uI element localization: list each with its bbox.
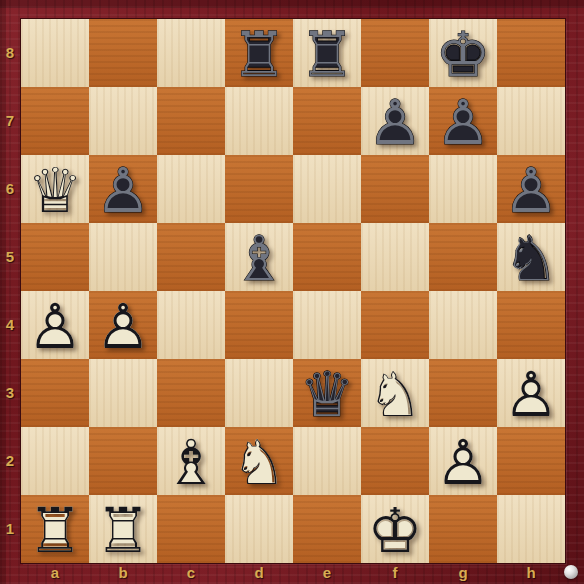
square-g1[interactable] [429,495,497,563]
board-frame: ♜♖♜♖♚♔♟♙♟♙♛♕♟♙♟♙♝♗♞♘♟♙♟♙♛♕♞♘♟♙♝♗♞♘♟♙♜♖♜♖… [0,0,584,584]
square-c8[interactable] [157,19,225,87]
square-f5[interactable] [361,223,429,291]
square-c6[interactable] [157,155,225,223]
piece-white-knight[interactable]: ♞♘ [361,359,429,427]
file-label-g: g [429,565,497,581]
square-d7[interactable] [225,87,293,155]
square-g4[interactable] [429,291,497,359]
piece-black-knight[interactable]: ♞♘ [497,223,565,291]
square-b8[interactable] [89,19,157,87]
square-b1[interactable]: ♜♖ [89,495,157,563]
white-pawn-outline: ♙ [497,359,565,427]
square-g2[interactable]: ♟♙ [429,427,497,495]
square-g8[interactable]: ♚♔ [429,19,497,87]
file-label-f: f [361,565,429,581]
square-f1[interactable]: ♚♔ [361,495,429,563]
square-h7[interactable] [497,87,565,155]
piece-white-pawn[interactable]: ♟♙ [429,427,497,495]
square-c2[interactable]: ♝♗ [157,427,225,495]
square-a6[interactable]: ♛♕ [21,155,89,223]
square-f6[interactable] [361,155,429,223]
square-a5[interactable] [21,223,89,291]
square-a7[interactable] [21,87,89,155]
black-rook-outline: ♖ [293,19,361,87]
square-g7[interactable]: ♟♙ [429,87,497,155]
square-e2[interactable] [293,427,361,495]
chess-board: ♜♖♜♖♚♔♟♙♟♙♛♕♟♙♟♙♝♗♞♘♟♙♟♙♛♕♞♘♟♙♝♗♞♘♟♙♜♖♜♖… [21,19,565,563]
square-f7[interactable]: ♟♙ [361,87,429,155]
square-b5[interactable] [89,223,157,291]
square-b4[interactable]: ♟♙ [89,291,157,359]
square-g3[interactable] [429,359,497,427]
rank-label-3: 3 [0,385,20,401]
square-d8[interactable]: ♜♖ [225,19,293,87]
white-bishop-outline: ♗ [157,427,225,495]
square-c7[interactable] [157,87,225,155]
piece-black-pawn[interactable]: ♟♙ [429,87,497,155]
square-b2[interactable] [89,427,157,495]
piece-black-bishop[interactable]: ♝♗ [225,223,293,291]
square-f2[interactable] [361,427,429,495]
black-bishop-outline: ♗ [225,223,293,291]
square-b7[interactable] [89,87,157,155]
square-f3[interactable]: ♞♘ [361,359,429,427]
black-pawn-outline: ♙ [361,87,429,155]
square-d1[interactable] [225,495,293,563]
square-e7[interactable] [293,87,361,155]
piece-black-rook[interactable]: ♜♖ [293,19,361,87]
piece-black-pawn[interactable]: ♟♙ [361,87,429,155]
black-pawn-outline: ♙ [429,87,497,155]
square-a8[interactable] [21,19,89,87]
file-label-b: b [89,565,157,581]
piece-white-knight[interactable]: ♞♘ [225,427,293,495]
file-label-a: a [21,565,89,581]
piece-white-rook[interactable]: ♜♖ [21,495,89,563]
square-h5[interactable]: ♞♘ [497,223,565,291]
square-b3[interactable] [89,359,157,427]
piece-white-king[interactable]: ♚♔ [361,495,429,563]
rank-label-8: 8 [0,45,20,61]
piece-white-pawn[interactable]: ♟♙ [497,359,565,427]
white-knight-outline: ♘ [225,427,293,495]
square-a1[interactable]: ♜♖ [21,495,89,563]
black-knight-outline: ♘ [497,223,565,291]
rank-label-7: 7 [0,113,20,129]
square-d5[interactable]: ♝♗ [225,223,293,291]
square-h8[interactable] [497,19,565,87]
square-h1[interactable] [497,495,565,563]
square-g5[interactable] [429,223,497,291]
square-h2[interactable] [497,427,565,495]
square-d3[interactable] [225,359,293,427]
square-a2[interactable] [21,427,89,495]
piece-white-pawn[interactable]: ♟♙ [21,291,89,359]
file-label-e: e [293,565,361,581]
black-king-outline: ♔ [429,19,497,87]
piece-black-pawn[interactable]: ♟♙ [497,155,565,223]
square-f8[interactable] [361,19,429,87]
square-c3[interactable] [157,359,225,427]
square-d2[interactable]: ♞♘ [225,427,293,495]
rank-label-6: 6 [0,181,20,197]
piece-black-queen[interactable]: ♛♕ [293,359,361,427]
piece-white-queen[interactable]: ♛♕ [21,155,89,223]
rank-label-1: 1 [0,521,20,537]
black-pawn-outline: ♙ [89,155,157,223]
black-queen-outline: ♕ [293,359,361,427]
square-a4[interactable]: ♟♙ [21,291,89,359]
black-rook-outline: ♖ [225,19,293,87]
square-h3[interactable]: ♟♙ [497,359,565,427]
square-e5[interactable] [293,223,361,291]
rank-label-5: 5 [0,249,20,265]
square-c1[interactable] [157,495,225,563]
white-pawn-outline: ♙ [21,291,89,359]
black-pawn-outline: ♙ [497,155,565,223]
file-label-h: h [497,565,565,581]
white-pawn-outline: ♙ [429,427,497,495]
white-pawn-outline: ♙ [89,291,157,359]
square-c4[interactable] [157,291,225,359]
rank-label-4: 4 [0,317,20,333]
file-label-c: c [157,565,225,581]
white-rook-outline: ♖ [21,495,89,563]
square-e6[interactable] [293,155,361,223]
side-to-move-indicator [564,565,578,579]
white-queen-outline: ♕ [21,155,89,223]
square-h4[interactable] [497,291,565,359]
piece-black-pawn[interactable]: ♟♙ [89,155,157,223]
square-d4[interactable] [225,291,293,359]
white-rook-outline: ♖ [89,495,157,563]
square-e1[interactable] [293,495,361,563]
square-f4[interactable] [361,291,429,359]
square-c5[interactable] [157,223,225,291]
rank-label-2: 2 [0,453,20,469]
square-g6[interactable] [429,155,497,223]
file-label-d: d [225,565,293,581]
piece-white-bishop[interactable]: ♝♗ [157,427,225,495]
square-h6[interactable]: ♟♙ [497,155,565,223]
square-a3[interactable] [21,359,89,427]
square-b6[interactable]: ♟♙ [89,155,157,223]
piece-black-rook[interactable]: ♜♖ [225,19,293,87]
square-e8[interactable]: ♜♖ [293,19,361,87]
piece-white-rook[interactable]: ♜♖ [89,495,157,563]
piece-black-king[interactable]: ♚♔ [429,19,497,87]
square-d6[interactable] [225,155,293,223]
square-e4[interactable] [293,291,361,359]
piece-white-pawn[interactable]: ♟♙ [89,291,157,359]
white-king-outline: ♔ [361,495,429,563]
square-e3[interactable]: ♛♕ [293,359,361,427]
white-knight-outline: ♘ [361,359,429,427]
